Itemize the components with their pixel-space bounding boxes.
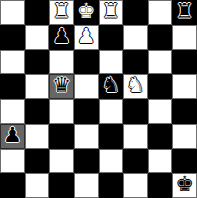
- square-e3[interactable]: [99, 124, 124, 149]
- white-king-icon: ♚: [77, 1, 96, 22]
- square-h6[interactable]: [172, 50, 197, 75]
- square-h2[interactable]: [172, 149, 197, 174]
- square-d2[interactable]: [74, 149, 99, 174]
- square-g5[interactable]: [148, 74, 173, 99]
- square-c4[interactable]: [49, 99, 74, 124]
- square-h7[interactable]: [172, 25, 197, 50]
- square-b4[interactable]: [25, 99, 50, 124]
- square-b2[interactable]: [25, 149, 50, 174]
- square-g6[interactable]: [148, 50, 173, 75]
- square-a8[interactable]: [0, 0, 25, 25]
- square-c8[interactable]: ♜: [49, 0, 74, 25]
- square-d8[interactable]: ♚: [74, 0, 99, 25]
- square-a6[interactable]: [0, 50, 25, 75]
- square-d4[interactable]: [74, 99, 99, 124]
- square-d1[interactable]: [74, 173, 99, 198]
- square-e8[interactable]: ♜: [99, 0, 124, 25]
- square-e4[interactable]: [99, 99, 124, 124]
- square-c1[interactable]: [49, 173, 74, 198]
- square-a1[interactable]: [0, 173, 25, 198]
- square-h4[interactable]: [172, 99, 197, 124]
- square-b8[interactable]: [25, 0, 50, 25]
- square-f4[interactable]: [123, 99, 148, 124]
- square-a7[interactable]: [0, 25, 25, 50]
- square-g1[interactable]: [148, 173, 173, 198]
- square-f7[interactable]: [123, 25, 148, 50]
- square-f5[interactable]: ♞: [123, 74, 148, 99]
- square-d5[interactable]: [74, 74, 99, 99]
- square-b6[interactable]: [25, 50, 50, 75]
- square-g3[interactable]: [148, 124, 173, 149]
- white-rook-icon: ♜: [52, 1, 71, 22]
- square-h3[interactable]: [172, 124, 197, 149]
- square-c7[interactable]: ♟: [49, 25, 74, 50]
- square-h8[interactable]: ♜: [172, 0, 197, 25]
- square-e7[interactable]: [99, 25, 124, 50]
- square-g7[interactable]: [148, 25, 173, 50]
- black-rook-icon: ♜: [175, 1, 194, 22]
- square-f6[interactable]: [123, 50, 148, 75]
- square-e6[interactable]: [99, 50, 124, 75]
- square-d6[interactable]: [74, 50, 99, 75]
- square-b7[interactable]: [25, 25, 50, 50]
- square-f3[interactable]: [123, 124, 148, 149]
- square-d3[interactable]: [74, 124, 99, 149]
- white-knight-icon: ♞: [126, 75, 145, 96]
- black-pawn-icon: ♟: [3, 125, 22, 146]
- square-a4[interactable]: [0, 99, 25, 124]
- black-king-icon: ♚: [175, 174, 194, 195]
- white-pawn-icon: ♟: [77, 26, 96, 47]
- square-a5[interactable]: [0, 74, 25, 99]
- white-rook-icon: ♜: [101, 1, 120, 22]
- square-a3[interactable]: ♟: [0, 124, 25, 149]
- square-c5[interactable]: ♛: [49, 74, 74, 99]
- square-e2[interactable]: [99, 149, 124, 174]
- square-f2[interactable]: [123, 149, 148, 174]
- square-e5[interactable]: ♞: [99, 74, 124, 99]
- square-b3[interactable]: [25, 124, 50, 149]
- black-pawn-icon: ♟: [52, 26, 71, 47]
- square-c3[interactable]: [49, 124, 74, 149]
- square-h1[interactable]: ♚: [172, 173, 197, 198]
- black-queen-icon: ♛: [52, 75, 71, 96]
- square-g4[interactable]: [148, 99, 173, 124]
- square-c6[interactable]: [49, 50, 74, 75]
- square-g8[interactable]: [148, 0, 173, 25]
- square-e1[interactable]: [99, 173, 124, 198]
- square-d7[interactable]: ♟: [74, 25, 99, 50]
- square-b1[interactable]: [25, 173, 50, 198]
- square-g2[interactable]: [148, 149, 173, 174]
- square-a2[interactable]: [0, 149, 25, 174]
- square-b5[interactable]: [25, 74, 50, 99]
- black-knight-icon: ♞: [101, 75, 120, 96]
- square-f1[interactable]: [123, 173, 148, 198]
- square-c2[interactable]: [49, 149, 74, 174]
- chess-board: ♜♚♜♜♟♟♛♞♞♟♚: [0, 0, 197, 198]
- square-h5[interactable]: [172, 74, 197, 99]
- square-f8[interactable]: [123, 0, 148, 25]
